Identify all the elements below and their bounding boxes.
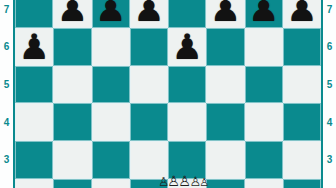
square-b4[interactable] [53,103,91,141]
square-f2[interactable] [206,179,244,188]
square-c3[interactable] [92,141,130,179]
square-d6[interactable] [130,28,168,66]
square-g4[interactable] [245,103,283,141]
square-b5[interactable] [53,66,91,104]
square-b2[interactable] [53,179,91,188]
square-b7[interactable]: ♟ [53,0,91,28]
black-pawn-f7[interactable]: ♟ [210,0,241,27]
black-pawn-c7[interactable]: ♟ [95,0,126,27]
square-b6[interactable] [53,28,91,66]
square-e4[interactable] [168,103,206,141]
rank-label-left-2: 2 [0,179,13,188]
square-g5[interactable] [245,66,283,104]
square-f6[interactable] [206,28,244,66]
square-h5[interactable] [283,66,321,104]
square-b3[interactable] [53,141,91,179]
white-pawn-icon[interactable]: ♙ [167,174,178,188]
white-pawn-icon[interactable]: ♙ [189,175,199,188]
square-g7[interactable]: ♟ [245,0,283,28]
square-a4[interactable] [15,103,53,141]
black-pawn-e6[interactable]: ♟ [171,30,202,65]
rank-labels-left-strip: 765432 [0,0,13,188]
rank-label-right-4: 4 [323,103,336,141]
square-h2[interactable] [283,179,321,188]
chess-board[interactable]: ♟♟♟♟♟♟♟♟ [13,0,323,188]
square-c2[interactable] [92,179,130,188]
square-c4[interactable] [92,103,130,141]
rank-label-left-6: 6 [0,28,13,66]
rank-label-left-5: 5 [0,66,13,104]
rank-label-left-3: 3 [0,141,13,179]
rank-labels-right-strip: 765432 [323,0,336,188]
rank-label-right-6: 6 [323,28,336,66]
black-pawn-a6[interactable]: ♟ [18,30,49,65]
white-pawn-icon[interactable]: ♙ [158,176,167,188]
square-c6[interactable] [92,28,130,66]
rank-label-left-4: 4 [0,103,13,141]
square-f7[interactable]: ♟ [206,0,244,28]
square-d5[interactable] [130,66,168,104]
rank-label-right-2: 2 [323,179,336,188]
square-f5[interactable] [206,66,244,104]
square-f3[interactable] [206,141,244,179]
square-c7[interactable]: ♟ [92,0,130,28]
square-g2[interactable] [245,179,283,188]
square-a2[interactable] [15,179,53,188]
black-pawn-h7[interactable]: ♟ [286,0,317,27]
white-pawn-icon[interactable]: ♙ [200,177,208,188]
white-spare-pieces-tray[interactable]: ♙♙♙♙♙ [158,174,208,188]
square-g6[interactable] [245,28,283,66]
square-h4[interactable] [283,103,321,141]
square-e7[interactable] [168,0,206,28]
square-h6[interactable] [283,28,321,66]
square-c5[interactable] [92,66,130,104]
rank-label-right-5: 5 [323,66,336,104]
square-h7[interactable]: ♟ [283,0,321,28]
square-d4[interactable] [130,103,168,141]
rank-label-left-7: 7 [0,0,13,28]
black-pawn-g7[interactable]: ♟ [248,0,279,27]
square-d3[interactable] [130,141,168,179]
square-h3[interactable] [283,141,321,179]
square-a7[interactable] [15,0,53,28]
chess-board-screenshot: 765432 ♟♟♟♟♟♟♟♟ 765432 ♙♙♙♙♙ [0,0,336,188]
square-d7[interactable]: ♟ [130,0,168,28]
rank-label-right-7: 7 [323,0,336,28]
square-e5[interactable] [168,66,206,104]
black-pawn-d7[interactable]: ♟ [133,0,164,27]
square-f4[interactable] [206,103,244,141]
rank-label-right-3: 3 [323,141,336,179]
black-pawn-b7[interactable]: ♟ [57,0,88,27]
square-a3[interactable] [15,141,53,179]
square-e6[interactable]: ♟ [168,28,206,66]
square-g3[interactable] [245,141,283,179]
square-a6[interactable]: ♟ [15,28,53,66]
white-pawn-icon[interactable]: ♙ [178,174,189,188]
square-a5[interactable] [15,66,53,104]
